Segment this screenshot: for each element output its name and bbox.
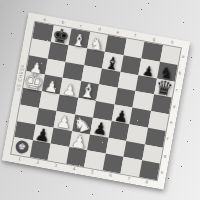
right-edge-label-h: h: [160, 170, 163, 175]
top-edge-label-c: c: [80, 23, 83, 28]
bottom-edge-label-1: 1: [18, 157, 21, 162]
bottom-edge-label-5: 5: [91, 170, 94, 175]
right-edge-label-c: c: [175, 88, 178, 93]
square-h1: [139, 160, 160, 180]
right-edge-label-g: g: [163, 154, 166, 159]
top-edge-label-f: f: [134, 33, 136, 37]
photo-background: US CHESS 12345678abcdefghabcdefgh♚♚♝♞♝♟♞…: [0, 0, 200, 200]
right-edge-label-a: a: [181, 55, 184, 60]
right-edge-label-e: e: [169, 121, 172, 126]
bottom-edge-label-3: 3: [54, 164, 57, 169]
chess-board: US CHESS 12345678abcdefghabcdefgh♚♚♝♞♝♟♞…: [2, 13, 190, 190]
top-edge-label-g: g: [152, 37, 155, 42]
right-edge-label-f: f: [166, 137, 168, 141]
bottom-edge-label-6: 6: [109, 174, 112, 179]
bottom-edge-label-2: 2: [36, 160, 39, 165]
right-edge-label-d: d: [172, 104, 175, 109]
bottom-edge-label-8: 8: [145, 180, 148, 185]
bottom-edge-label-4: 4: [72, 167, 75, 172]
photo-noise-dark: [0, 0, 1, 1]
top-edge-label-d: d: [98, 27, 101, 32]
top-edge-label-b: b: [61, 20, 64, 25]
board-logo: ♚: [11, 137, 32, 157]
top-edge-label-a: a: [43, 17, 46, 22]
right-edge-label-b: b: [178, 72, 181, 77]
board-grid: [11, 22, 181, 180]
board-logo-emblem: ♚: [13, 138, 30, 155]
bottom-edge-label-7: 7: [127, 177, 130, 182]
top-edge-label-e: e: [116, 30, 119, 35]
top-edge-label-h: h: [171, 40, 174, 45]
board-logo-king-icon: ♚: [17, 142, 27, 152]
